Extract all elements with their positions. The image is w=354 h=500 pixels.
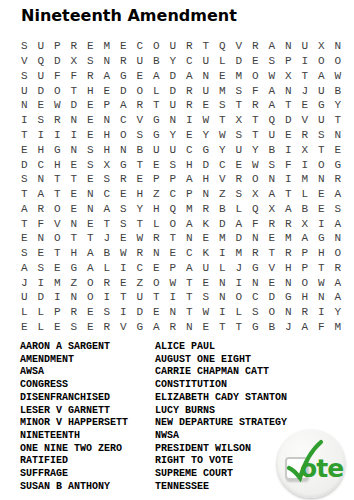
grid-cell-r7c8: S: [132, 128, 149, 143]
grid-cell-r10c12: H: [198, 172, 215, 187]
grid-cell-r8c7: N: [115, 142, 132, 157]
grid-cell-r12c19: E: [313, 201, 330, 216]
word-list-item: SUSAN B ANTHONY: [20, 481, 128, 494]
grid-cell-r2c10: Y: [165, 54, 182, 69]
grid-cell-r9c19: O: [313, 157, 330, 172]
grid-cell-r12c17: A: [280, 201, 297, 216]
grid-cell-r1c11: R: [181, 39, 198, 54]
grid-cell-r14c4: T: [66, 231, 83, 246]
grid-cell-r1c10: U: [165, 39, 182, 54]
grid-cell-r2c16: S: [264, 54, 281, 69]
grid-cell-r9c20: G: [330, 157, 347, 172]
grid-cell-r10c13: V: [214, 172, 231, 187]
grid-cell-r7c17: E: [280, 128, 297, 143]
grid-cell-r6c7: C: [115, 113, 132, 128]
grid-cell-r16c3: E: [49, 260, 66, 275]
grid-cell-r13c11: A: [181, 216, 198, 231]
grid-cell-r16c2: S: [33, 260, 50, 275]
grid-cell-r2c17: P: [280, 54, 297, 69]
grid-cell-r14c8: W: [132, 231, 149, 246]
grid-cell-r2c18: I: [297, 54, 314, 69]
grid-cell-r8c20: E: [330, 142, 347, 157]
grid-cell-r14c7: E: [115, 231, 132, 246]
grid-cell-r19c19: I: [313, 305, 330, 320]
grid-cell-r9c11: H: [181, 157, 198, 172]
grid-cell-r14c6: J: [99, 231, 116, 246]
grid-cell-r3c15: O: [247, 69, 264, 84]
vote-badge-text: ote: [300, 454, 343, 483]
grid-cell-r17c5: O: [82, 275, 99, 290]
grid-cell-r2c6: N: [99, 54, 116, 69]
grid-cell-r14c17: M: [280, 231, 297, 246]
word-list-item: MINOR V HAPPERSETT: [20, 417, 128, 430]
grid-cell-r9c10: S: [165, 157, 182, 172]
grid-cell-r16c16: V: [264, 260, 281, 275]
grid-cell-r1c15: R: [247, 39, 264, 54]
grid-cell-r16c13: L: [214, 260, 231, 275]
grid-cell-r7c13: W: [214, 128, 231, 143]
grid-cell-r20c1: E: [16, 320, 33, 335]
grid-cell-r1c20: N: [330, 39, 347, 54]
grid-cell-r8c10: U: [165, 142, 182, 157]
grid-cell-r11c13: Z: [214, 187, 231, 202]
grid-cell-r2c1: V: [16, 54, 33, 69]
grid-cell-r20c17: J: [280, 320, 297, 335]
grid-cell-r3c12: N: [198, 69, 215, 84]
grid-cell-r10c11: A: [181, 172, 198, 187]
grid-cell-r15c16: T: [264, 246, 281, 261]
grid-cell-r10c3: T: [49, 172, 66, 187]
grid-cell-r9c14: E: [231, 157, 248, 172]
grid-cell-r19c12: W: [198, 305, 215, 320]
grid-cell-r16c15: G: [247, 260, 264, 275]
grid-cell-r12c7: S: [115, 201, 132, 216]
grid-cell-r13c3: V: [49, 216, 66, 231]
grid-cell-r16c10: P: [165, 260, 182, 275]
grid-cell-r18c17: G: [280, 290, 297, 305]
grid-cell-r17c6: R: [99, 275, 116, 290]
grid-cell-r2c9: B: [148, 54, 165, 69]
grid-cell-r12c15: Q: [247, 201, 264, 216]
grid-cell-r14c14: D: [231, 231, 248, 246]
grid-cell-r4c8: O: [132, 83, 149, 98]
grid-cell-r4c2: D: [33, 83, 50, 98]
grid-cell-r9c6: X: [99, 157, 116, 172]
grid-cell-r6c14: X: [231, 113, 248, 128]
grid-cell-r11c7: E: [115, 187, 132, 202]
grid-cell-r15c1: S: [16, 246, 33, 261]
grid-cell-r16c18: P: [297, 260, 314, 275]
word-search-worksheet: Nineteenth Amendment SUPREMECOURTQVRANUX…: [0, 0, 354, 500]
grid-cell-r17c19: W: [313, 275, 330, 290]
grid-cell-r11c20: A: [330, 187, 347, 202]
grid-cell-r16c6: L: [99, 260, 116, 275]
grid-cell-r16c7: I: [115, 260, 132, 275]
grid-cell-r4c3: O: [49, 83, 66, 98]
grid-cell-r1c13: Q: [214, 39, 231, 54]
grid-cell-r18c10: I: [165, 290, 182, 305]
grid-cell-r3c5: R: [82, 69, 99, 84]
grid-cell-r2c3: D: [49, 54, 66, 69]
grid-cell-r3c16: W: [264, 69, 281, 84]
grid-cell-r15c17: R: [280, 246, 297, 261]
grid-cell-r6c16: Q: [264, 113, 281, 128]
word-list-item: AARON A SARGENT: [20, 341, 128, 354]
grid-cell-r10c6: S: [99, 172, 116, 187]
grid-cell-r15c14: M: [231, 246, 248, 261]
word-list-item: ELIZABETH CADY STANTON: [155, 392, 287, 405]
grid-cell-r10c10: P: [165, 172, 182, 187]
grid-cell-r18c20: A: [330, 290, 347, 305]
grid-cell-r19c5: E: [82, 305, 99, 320]
grid-cell-r17c20: A: [330, 275, 347, 290]
grid-cell-r7c2: I: [33, 128, 50, 143]
grid-cell-r7c10: Y: [165, 128, 182, 143]
grid-cell-r9c16: S: [264, 157, 281, 172]
grid-cell-r12c5: N: [82, 201, 99, 216]
grid-cell-r4c5: H: [82, 83, 99, 98]
grid-cell-r16c8: C: [132, 260, 149, 275]
grid-cell-r6c5: E: [82, 113, 99, 128]
word-search-grid: SUPREMECOURTQVRANUXNVQDXSNRUBYCULDESPIOO…: [16, 39, 346, 334]
grid-cell-r18c4: N: [66, 290, 83, 305]
grid-cell-r15c15: R: [247, 246, 264, 261]
grid-cell-r10c20: R: [330, 172, 347, 187]
grid-cell-r12c8: Y: [132, 201, 149, 216]
grid-cell-r20c6: R: [99, 320, 116, 335]
grid-cell-r1c19: X: [313, 39, 330, 54]
vote-badge: ote: [277, 430, 345, 498]
grid-cell-r14c5: T: [82, 231, 99, 246]
grid-cell-r10c18: M: [297, 172, 314, 187]
grid-cell-r11c15: X: [247, 187, 264, 202]
grid-cell-r6c3: R: [49, 113, 66, 128]
grid-cell-r9c8: T: [132, 157, 149, 172]
grid-cell-r5c3: W: [49, 98, 66, 113]
grid-cell-r18c2: D: [33, 290, 50, 305]
grid-cell-r11c5: N: [82, 187, 99, 202]
grid-cell-r1c12: T: [198, 39, 215, 54]
grid-cell-r17c10: W: [165, 275, 182, 290]
grid-cell-r6c1: I: [16, 113, 33, 128]
grid-cell-r15c9: N: [148, 246, 165, 261]
grid-cell-r14c11: N: [181, 231, 198, 246]
grid-cell-r3c10: D: [165, 69, 182, 84]
grid-cell-r4c10: D: [165, 83, 182, 98]
grid-cell-r1c7: E: [115, 39, 132, 54]
grid-cell-r5c16: A: [264, 98, 281, 113]
grid-cell-r7c3: I: [49, 128, 66, 143]
grid-cell-r5c10: U: [165, 98, 182, 113]
word-list-item: NINETEENTH: [20, 430, 128, 443]
grid-cell-r10c15: O: [247, 172, 264, 187]
grid-cell-r5c8: R: [132, 98, 149, 113]
grid-cell-r19c8: D: [132, 305, 149, 320]
word-list-item: AUGUST ONE EIGHT: [155, 354, 287, 367]
grid-cell-r13c4: N: [66, 216, 83, 231]
grid-cell-r9c4: E: [66, 157, 83, 172]
grid-cell-r19c10: N: [165, 305, 182, 320]
grid-cell-r11c17: T: [280, 187, 297, 202]
grid-cell-r20c11: N: [181, 320, 198, 335]
grid-cell-r10c2: N: [33, 172, 50, 187]
grid-cell-r18c13: N: [214, 290, 231, 305]
grid-cell-r2c7: R: [115, 54, 132, 69]
grid-cell-r4c14: S: [231, 83, 248, 98]
grid-cell-r14c10: T: [165, 231, 182, 246]
grid-cell-r19c3: P: [49, 305, 66, 320]
grid-cell-r5c13: S: [214, 98, 231, 113]
grid-cell-r7c18: R: [297, 128, 314, 143]
grid-cell-r4c1: U: [16, 83, 33, 98]
grid-cell-r18c1: U: [16, 290, 33, 305]
grid-cell-r8c5: S: [82, 142, 99, 157]
grid-cell-r19c9: E: [148, 305, 165, 320]
grid-cell-r14c13: M: [214, 231, 231, 246]
grid-cell-r15c11: C: [181, 246, 198, 261]
grid-cell-r8c9: U: [148, 142, 165, 157]
grid-cell-r19c4: R: [66, 305, 83, 320]
grid-cell-r13c17: R: [280, 216, 297, 231]
grid-cell-r17c4: Z: [66, 275, 83, 290]
grid-cell-r7c4: I: [66, 128, 83, 143]
grid-cell-r13c20: A: [330, 216, 347, 231]
grid-cell-r8c16: B: [264, 142, 281, 157]
grid-cell-r8c8: B: [132, 142, 149, 157]
grid-cell-r17c9: O: [148, 275, 165, 290]
grid-cell-r3c6: A: [99, 69, 116, 84]
grid-cell-r19c11: T: [181, 305, 198, 320]
grid-cell-r3c9: A: [148, 69, 165, 84]
grid-cell-r20c16: B: [264, 320, 281, 335]
grid-cell-r4c16: A: [264, 83, 281, 98]
grid-cell-r17c17: N: [280, 275, 297, 290]
grid-cell-r5c18: E: [297, 98, 314, 113]
grid-cell-r17c18: O: [297, 275, 314, 290]
grid-cell-r11c18: L: [297, 187, 314, 202]
grid-cell-r5c2: E: [33, 98, 50, 113]
grid-cell-r20c4: S: [66, 320, 83, 335]
grid-cell-r7c16: U: [264, 128, 281, 143]
grid-cell-r12c10: Q: [165, 201, 182, 216]
grid-cell-r2c5: S: [82, 54, 99, 69]
grid-cell-r7c15: T: [247, 128, 264, 143]
grid-cell-r3c14: M: [231, 69, 248, 84]
grid-cell-r12c9: H: [148, 201, 165, 216]
word-list-item: RIGHT TO VOTE: [155, 455, 287, 468]
grid-cell-r4c11: R: [181, 83, 198, 98]
grid-cell-r11c10: C: [165, 187, 182, 202]
grid-cell-r8c17: I: [280, 142, 297, 157]
grid-cell-r18c5: O: [82, 290, 99, 305]
word-list-item: TENNESSEE: [155, 481, 287, 494]
grid-cell-r1c9: O: [148, 39, 165, 54]
grid-cell-r1c6: M: [99, 39, 116, 54]
grid-cell-r9c9: E: [148, 157, 165, 172]
grid-cell-r4c12: U: [198, 83, 215, 98]
grid-cell-r10c17: I: [280, 172, 297, 187]
grid-cell-r8c3: G: [49, 142, 66, 157]
grid-cell-r7c7: O: [115, 128, 132, 143]
grid-cell-r16c11: A: [181, 260, 198, 275]
grid-cell-r19c17: N: [280, 305, 297, 320]
grid-cell-r14c2: N: [33, 231, 50, 246]
grid-cell-r5c9: T: [148, 98, 165, 113]
grid-cell-r11c1: T: [16, 187, 33, 202]
grid-cell-r16c17: H: [280, 260, 297, 275]
grid-cell-r18c6: I: [99, 290, 116, 305]
grid-cell-r11c8: H: [132, 187, 149, 202]
grid-cell-r20c19: F: [313, 320, 330, 335]
grid-cell-r9c17: F: [280, 157, 297, 172]
grid-cell-r10c9: P: [148, 172, 165, 187]
grid-cell-r11c9: Z: [148, 187, 165, 202]
grid-cell-r18c19: N: [313, 290, 330, 305]
grid-cell-r13c15: F: [247, 216, 264, 231]
grid-cell-r2c4: X: [66, 54, 83, 69]
grid-cell-r15c2: E: [33, 246, 50, 261]
grid-cell-r14c18: A: [297, 231, 314, 246]
grid-cell-r19c16: O: [264, 305, 281, 320]
grid-cell-r4c17: N: [280, 83, 297, 98]
grid-cell-r19c2: L: [33, 305, 50, 320]
grid-cell-r5c11: R: [181, 98, 198, 113]
grid-cell-r8c19: T: [313, 142, 330, 157]
grid-cell-r11c11: P: [181, 187, 198, 202]
grid-cell-r3c11: A: [181, 69, 198, 84]
grid-cell-r8c15: Y: [247, 142, 264, 157]
grid-cell-r15c5: A: [82, 246, 99, 261]
grid-cell-r13c16: R: [264, 216, 281, 231]
grid-cell-r6c20: T: [330, 113, 347, 128]
grid-cell-r15c6: B: [99, 246, 116, 261]
grid-cell-r9c13: C: [214, 157, 231, 172]
grid-cell-r7c19: S: [313, 128, 330, 143]
grid-cell-r15c8: R: [132, 246, 149, 261]
grid-cell-r1c1: S: [16, 39, 33, 54]
grid-cell-r18c15: C: [247, 290, 264, 305]
grid-cell-r8c18: X: [297, 142, 314, 157]
grid-cell-r14c1: E: [16, 231, 33, 246]
grid-cell-r18c3: I: [49, 290, 66, 305]
grid-cell-r4c18: J: [297, 83, 314, 98]
grid-cell-r12c16: X: [264, 201, 281, 216]
grid-cell-r19c14: L: [231, 305, 248, 320]
grid-cell-r10c19: N: [313, 172, 330, 187]
grid-cell-r14c12: E: [198, 231, 215, 246]
grid-cell-r13c10: O: [165, 216, 182, 231]
grid-cell-r10c5: E: [82, 172, 99, 187]
grid-cell-r7c6: H: [99, 128, 116, 143]
grid-cell-r1c4: R: [66, 39, 83, 54]
grid-cell-r13c9: L: [148, 216, 165, 231]
grid-cell-r2c12: U: [198, 54, 215, 69]
grid-cell-r8c2: H: [33, 142, 50, 157]
grid-cell-r3c19: A: [313, 69, 330, 84]
grid-cell-r11c4: E: [66, 187, 83, 202]
grid-cell-r19c18: R: [297, 305, 314, 320]
grid-cell-r2c14: D: [231, 54, 248, 69]
word-list-item: RATIFIED: [20, 455, 128, 468]
grid-cell-r13c2: F: [33, 216, 50, 231]
grid-cell-r18c9: T: [148, 290, 165, 305]
grid-cell-r20c10: R: [165, 320, 182, 335]
grid-cell-r8c13: Y: [214, 142, 231, 157]
grid-cell-r2c13: L: [214, 54, 231, 69]
grid-cell-r17c14: I: [231, 275, 248, 290]
grid-cell-r20c13: T: [214, 320, 231, 335]
grid-cell-r17c1: J: [16, 275, 33, 290]
grid-cell-r20c20: M: [330, 320, 347, 335]
grid-cell-r1c14: V: [231, 39, 248, 54]
grid-cell-r2c15: E: [247, 54, 264, 69]
grid-cell-r4c7: D: [115, 83, 132, 98]
grid-cell-r4c19: U: [313, 83, 330, 98]
grid-cell-r11c6: C: [99, 187, 116, 202]
grid-cell-r5c14: T: [231, 98, 248, 113]
grid-cell-r19c13: I: [214, 305, 231, 320]
grid-cell-r15c18: P: [297, 246, 314, 261]
grid-cell-r4c6: E: [99, 83, 116, 98]
grid-cell-r4c13: M: [214, 83, 231, 98]
word-list-item: CONSTITUTION: [155, 379, 287, 392]
grid-cell-r16c5: A: [82, 260, 99, 275]
grid-cell-r6c19: U: [313, 113, 330, 128]
grid-cell-r2c19: O: [313, 54, 330, 69]
grid-cell-r17c16: E: [264, 275, 281, 290]
grid-cell-r4c9: L: [148, 83, 165, 98]
grid-cell-r6c13: T: [214, 113, 231, 128]
grid-cell-r6c18: V: [297, 113, 314, 128]
grid-cell-r11c14: S: [231, 187, 248, 202]
grid-cell-r5c20: Y: [330, 98, 347, 113]
grid-cell-r10c8: E: [132, 172, 149, 187]
grid-cell-r4c20: B: [330, 83, 347, 98]
grid-cell-r5c6: P: [99, 98, 116, 113]
grid-cell-r3c2: U: [33, 69, 50, 84]
grid-cell-r3c17: X: [280, 69, 297, 84]
grid-cell-r12c4: E: [66, 201, 83, 216]
grid-cell-r13c14: A: [231, 216, 248, 231]
grid-cell-r16c12: U: [198, 260, 215, 275]
grid-cell-r6c6: N: [99, 113, 116, 128]
grid-cell-r17c2: I: [33, 275, 50, 290]
word-list-item: DISENFRANCHISED: [20, 392, 128, 405]
grid-cell-r16c14: J: [231, 260, 248, 275]
grid-cell-r17c12: E: [198, 275, 215, 290]
grid-cell-r12c11: M: [181, 201, 198, 216]
grid-cell-r3c8: E: [132, 69, 149, 84]
grid-cell-r6c17: D: [280, 113, 297, 128]
grid-cell-r9c5: S: [82, 157, 99, 172]
grid-cell-r2c2: Q: [33, 54, 50, 69]
grid-cell-r12c6: A: [99, 201, 116, 216]
grid-cell-r10c1: S: [16, 172, 33, 187]
word-list-item: CONGRESS: [20, 379, 128, 392]
grid-cell-r5c17: T: [280, 98, 297, 113]
grid-cell-r20c18: A: [297, 320, 314, 335]
grid-cell-r20c12: E: [198, 320, 215, 335]
grid-cell-r1c17: N: [280, 39, 297, 54]
grid-cell-r15c7: W: [115, 246, 132, 261]
grid-cell-r7c9: G: [148, 128, 165, 143]
grid-cell-r5c12: E: [198, 98, 215, 113]
grid-cell-r12c20: S: [330, 201, 347, 216]
grid-cell-r9c1: D: [16, 157, 33, 172]
grid-cell-r14c16: E: [264, 231, 281, 246]
grid-cell-r20c7: V: [115, 320, 132, 335]
grid-cell-r18c16: D: [264, 290, 281, 305]
